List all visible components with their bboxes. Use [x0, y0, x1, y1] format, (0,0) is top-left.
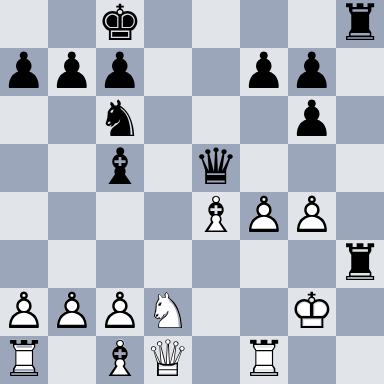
square-c3[interactable] — [96, 240, 144, 288]
white-piece-outline: ♖ — [240, 336, 288, 384]
white-piece-outline: ♗ — [192, 192, 240, 240]
black-piece-fill: ♟ — [288, 96, 336, 144]
piece-white-queen[interactable]: ♛♕ — [144, 336, 192, 384]
square-h7[interactable] — [336, 48, 384, 96]
piece-white-pawn[interactable]: ♟♙ — [240, 192, 288, 240]
square-b1[interactable] — [48, 336, 96, 384]
black-piece-fill: ♜ — [336, 240, 384, 288]
square-h5[interactable] — [336, 144, 384, 192]
square-a1[interactable]: ♜♖ — [0, 336, 48, 384]
chess-board-container: ♚♜♟♟♟♟♟♞♟♝♛♝♗♟♙♟♙♜♟♙♟♙♟♙♞♘♚♔♜♖♝♗♛♕♜♖ — [0, 0, 384, 384]
white-piece-outline: ♗ — [96, 336, 144, 384]
square-g7[interactable]: ♟ — [288, 48, 336, 96]
square-c2[interactable]: ♟♙ — [96, 288, 144, 336]
piece-black-pawn[interactable]: ♟ — [48, 48, 96, 96]
square-b7[interactable]: ♟ — [48, 48, 96, 96]
square-d7[interactable] — [144, 48, 192, 96]
square-g1[interactable] — [288, 336, 336, 384]
square-g2[interactable]: ♚♔ — [288, 288, 336, 336]
square-d5[interactable] — [144, 144, 192, 192]
square-a3[interactable] — [0, 240, 48, 288]
square-c6[interactable]: ♞ — [96, 96, 144, 144]
square-f4[interactable]: ♟♙ — [240, 192, 288, 240]
square-h3[interactable]: ♜ — [336, 240, 384, 288]
square-e5[interactable]: ♛ — [192, 144, 240, 192]
square-f1[interactable]: ♜♖ — [240, 336, 288, 384]
white-piece-outline: ♔ — [288, 288, 336, 336]
piece-black-king[interactable]: ♚ — [96, 0, 144, 48]
piece-white-pawn[interactable]: ♟♙ — [0, 288, 48, 336]
piece-white-pawn[interactable]: ♟♙ — [96, 288, 144, 336]
square-h2[interactable] — [336, 288, 384, 336]
white-piece-outline: ♙ — [0, 288, 48, 336]
square-b2[interactable]: ♟♙ — [48, 288, 96, 336]
square-b5[interactable] — [48, 144, 96, 192]
black-piece-fill: ♛ — [192, 144, 240, 192]
square-e7[interactable] — [192, 48, 240, 96]
square-e1[interactable] — [192, 336, 240, 384]
square-a6[interactable] — [0, 96, 48, 144]
square-a2[interactable]: ♟♙ — [0, 288, 48, 336]
square-c8[interactable]: ♚ — [96, 0, 144, 48]
square-e2[interactable] — [192, 288, 240, 336]
black-piece-fill: ♟ — [96, 48, 144, 96]
square-d6[interactable] — [144, 96, 192, 144]
square-f3[interactable] — [240, 240, 288, 288]
black-piece-fill: ♚ — [96, 0, 144, 48]
square-h1[interactable] — [336, 336, 384, 384]
piece-black-pawn[interactable]: ♟ — [288, 96, 336, 144]
black-piece-fill: ♞ — [96, 96, 144, 144]
square-g6[interactable]: ♟ — [288, 96, 336, 144]
square-b4[interactable] — [48, 192, 96, 240]
square-f2[interactable] — [240, 288, 288, 336]
square-e8[interactable] — [192, 0, 240, 48]
black-piece-fill: ♜ — [336, 0, 384, 48]
square-c5[interactable]: ♝ — [96, 144, 144, 192]
piece-white-rook[interactable]: ♜♖ — [0, 336, 48, 384]
white-piece-outline: ♘ — [144, 288, 192, 336]
square-g3[interactable] — [288, 240, 336, 288]
white-piece-outline: ♙ — [240, 192, 288, 240]
square-d8[interactable] — [144, 0, 192, 48]
piece-black-pawn[interactable]: ♟ — [96, 48, 144, 96]
black-piece-fill: ♟ — [48, 48, 96, 96]
square-d1[interactable]: ♛♕ — [144, 336, 192, 384]
piece-white-bishop[interactable]: ♝♗ — [192, 192, 240, 240]
square-h4[interactable] — [336, 192, 384, 240]
square-d4[interactable] — [144, 192, 192, 240]
square-a7[interactable]: ♟ — [0, 48, 48, 96]
square-c7[interactable]: ♟ — [96, 48, 144, 96]
piece-black-pawn[interactable]: ♟ — [288, 48, 336, 96]
square-f6[interactable] — [240, 96, 288, 144]
piece-white-knight[interactable]: ♞♘ — [144, 288, 192, 336]
piece-black-pawn[interactable]: ♟ — [240, 48, 288, 96]
piece-white-bishop[interactable]: ♝♗ — [96, 336, 144, 384]
square-a4[interactable] — [0, 192, 48, 240]
piece-black-queen[interactable]: ♛ — [192, 144, 240, 192]
piece-white-pawn[interactable]: ♟♙ — [48, 288, 96, 336]
square-b3[interactable] — [48, 240, 96, 288]
square-e4[interactable]: ♝♗ — [192, 192, 240, 240]
square-f5[interactable] — [240, 144, 288, 192]
square-g4[interactable]: ♟♙ — [288, 192, 336, 240]
black-piece-fill: ♟ — [0, 48, 48, 96]
white-piece-outline: ♙ — [96, 288, 144, 336]
piece-white-rook[interactable]: ♜♖ — [240, 336, 288, 384]
black-piece-fill: ♝ — [96, 144, 144, 192]
square-a5[interactable] — [0, 144, 48, 192]
square-e3[interactable] — [192, 240, 240, 288]
square-c4[interactable] — [96, 192, 144, 240]
square-g5[interactable] — [288, 144, 336, 192]
square-d3[interactable] — [144, 240, 192, 288]
piece-white-king[interactable]: ♚♔ — [288, 288, 336, 336]
white-piece-outline: ♖ — [0, 336, 48, 384]
black-piece-fill: ♟ — [240, 48, 288, 96]
square-g8[interactable] — [288, 0, 336, 48]
square-b8[interactable] — [48, 0, 96, 48]
white-piece-outline: ♙ — [288, 192, 336, 240]
square-h6[interactable] — [336, 96, 384, 144]
white-piece-outline: ♙ — [48, 288, 96, 336]
piece-black-pawn[interactable]: ♟ — [0, 48, 48, 96]
white-piece-outline: ♕ — [144, 336, 192, 384]
square-e6[interactable] — [192, 96, 240, 144]
square-a8[interactable] — [0, 0, 48, 48]
square-f7[interactable]: ♟ — [240, 48, 288, 96]
black-piece-fill: ♟ — [288, 48, 336, 96]
square-c1[interactable]: ♝♗ — [96, 336, 144, 384]
square-f8[interactable] — [240, 0, 288, 48]
square-h8[interactable]: ♜ — [336, 0, 384, 48]
piece-black-rook[interactable]: ♜ — [336, 240, 384, 288]
square-b6[interactable] — [48, 96, 96, 144]
piece-white-pawn[interactable]: ♟♙ — [288, 192, 336, 240]
square-d2[interactable]: ♞♘ — [144, 288, 192, 336]
piece-black-knight[interactable]: ♞ — [96, 96, 144, 144]
piece-black-bishop[interactable]: ♝ — [96, 144, 144, 192]
piece-black-rook[interactable]: ♜ — [336, 0, 384, 48]
chess-board: ♚♜♟♟♟♟♟♞♟♝♛♝♗♟♙♟♙♜♟♙♟♙♟♙♞♘♚♔♜♖♝♗♛♕♜♖ — [0, 0, 384, 384]
